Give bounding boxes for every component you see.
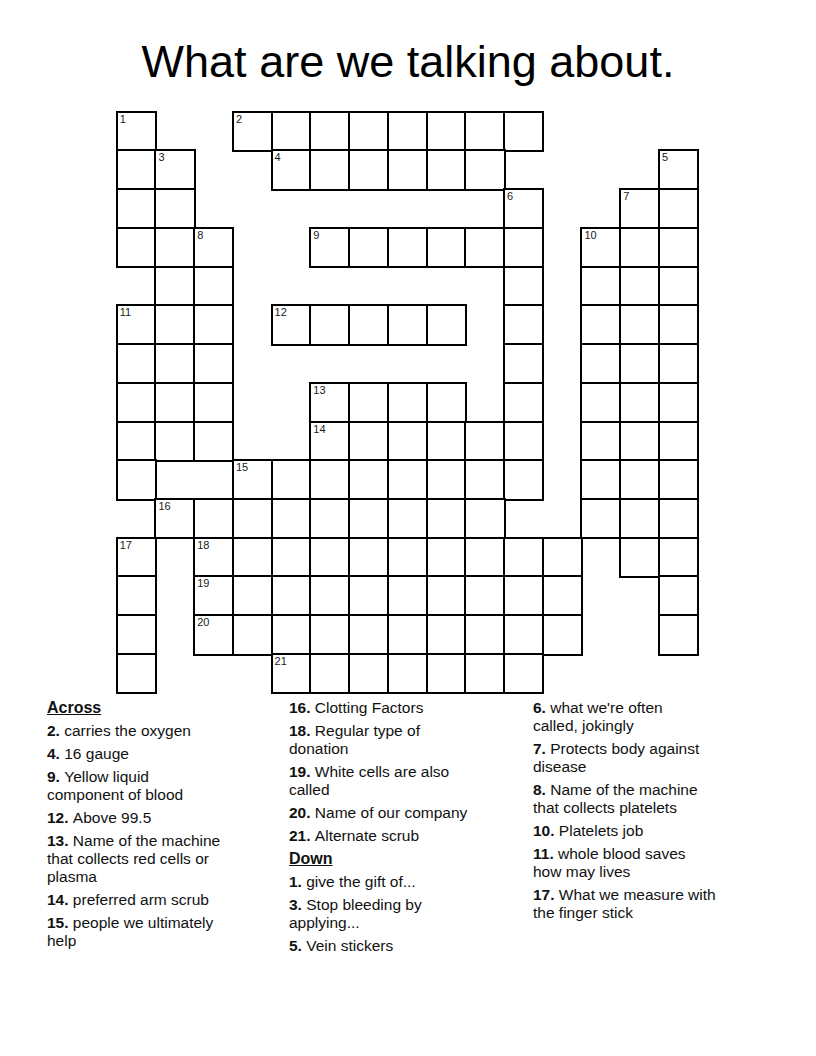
clue-number-18: 18	[195, 539, 232, 551]
grid-cell-r10c2[interactable]	[193, 498, 234, 539]
clue-number-15: 15	[234, 461, 271, 473]
grid-cell-r1c7[interactable]	[387, 149, 428, 190]
clue-number-19: 19	[195, 577, 232, 589]
grid-cell-r9c10[interactable]	[503, 459, 544, 500]
grid-cell-r12c5[interactable]	[309, 575, 350, 616]
grid-cell-r5c12[interactable]	[580, 304, 621, 345]
page-title: What are we talking about.	[0, 36, 816, 88]
grid-cell-r13c5[interactable]	[309, 614, 350, 655]
grid-cell-r2c13[interactable]: 7	[619, 188, 660, 229]
grid-cell-r10c13[interactable]	[619, 498, 660, 539]
clue-text: Alternate scrub	[315, 827, 419, 844]
grid-cell-r0c3[interactable]: 2	[232, 111, 273, 152]
grid-cell-r7c14[interactable]	[658, 382, 699, 423]
clue-num-label: 11.	[533, 845, 558, 862]
grid-cell-r8c5[interactable]: 14	[309, 421, 350, 462]
grid-cell-r0c8[interactable]	[426, 111, 467, 152]
clue-text: preferred arm scrub	[73, 891, 209, 908]
grid-cell-r8c2[interactable]	[193, 421, 234, 462]
grid-cell-r4c13[interactable]	[619, 266, 660, 307]
clue-number-16: 16	[156, 500, 193, 512]
grid-cell-r9c3[interactable]: 15	[232, 459, 273, 500]
clue-num-label: 20.	[289, 804, 315, 821]
grid-cell-r6c2[interactable]	[193, 343, 234, 384]
clue-number-10: 10	[582, 229, 619, 241]
grid-cell-r9c0[interactable]	[116, 459, 157, 500]
clue-num-label: 5.	[289, 937, 306, 954]
grid-cell-r1c14[interactable]: 5	[658, 149, 699, 190]
grid-cell-r13c0[interactable]	[116, 614, 157, 655]
grid-cell-r8c9[interactable]	[464, 421, 505, 462]
clue-text: What we measure with the finger stick	[533, 886, 716, 921]
grid-cell-r2c14[interactable]	[658, 188, 699, 229]
grid-cell-r5c10[interactable]	[503, 304, 544, 345]
clue-text: carries the oxygen	[64, 722, 191, 739]
down-clue-7: 7. Protects body against disease	[533, 740, 789, 776]
clue-num-label: 12.	[47, 809, 73, 826]
clue-num-label: 21.	[289, 827, 315, 844]
clue-num-label: 14.	[47, 891, 73, 908]
grid-cell-r13c4[interactable]	[271, 614, 312, 655]
grid-cell-r11c8[interactable]	[426, 537, 467, 578]
grid-cell-r8c6[interactable]	[348, 421, 389, 462]
grid-cell-r13c6[interactable]	[348, 614, 389, 655]
grid-cell-r11c14[interactable]	[658, 537, 699, 578]
clue-column-2: 16. Clotting Factors18. Regular type of …	[289, 699, 525, 960]
grid-cell-r9c13[interactable]	[619, 459, 660, 500]
clue-text: Vein stickers	[306, 937, 393, 954]
grid-cell-r12c11[interactable]	[542, 575, 583, 616]
grid-cell-r14c5[interactable]	[309, 653, 350, 694]
grid-cell-r0c4[interactable]	[271, 111, 312, 152]
grid-cell-r14c9[interactable]	[464, 653, 505, 694]
clue-number-11: 11	[118, 306, 155, 318]
grid-cell-r9c7[interactable]	[387, 459, 428, 500]
grid-cell-r8c8[interactable]	[426, 421, 467, 462]
grid-cell-r6c0[interactable]	[116, 343, 157, 384]
clue-num-label: 16.	[289, 699, 315, 716]
clue-number-12: 12	[273, 306, 310, 318]
clue-number-20: 20	[195, 616, 232, 628]
grid-cell-r4c2[interactable]	[193, 266, 234, 307]
grid-cell-r5c7[interactable]	[387, 304, 428, 345]
grid-cell-r9c6[interactable]	[348, 459, 389, 500]
clue-number-17: 17	[118, 539, 155, 551]
grid-cell-r11c9[interactable]	[464, 537, 505, 578]
clue-num-label: 6.	[533, 699, 550, 716]
grid-cell-r12c6[interactable]	[348, 575, 389, 616]
grid-cell-r3c7[interactable]	[387, 227, 428, 268]
down-header: Down	[289, 850, 525, 868]
grid-cell-r10c3[interactable]	[232, 498, 273, 539]
grid-cell-r14c4[interactable]: 21	[271, 653, 312, 694]
across-clue-16: 16. Clotting Factors	[289, 699, 525, 717]
grid-cell-r5c8[interactable]	[426, 304, 467, 345]
across-clue-12: 12. Above 99.5	[47, 809, 275, 827]
clue-num-label: 4.	[47, 745, 64, 762]
grid-cell-r12c10[interactable]	[503, 575, 544, 616]
clue-num-label: 18.	[289, 722, 315, 739]
across-clue-13: 13. Name of the machine that collects re…	[47, 832, 275, 886]
grid-cell-r6c12[interactable]	[580, 343, 621, 384]
clue-text: what we're often called, jokingly	[533, 699, 663, 734]
grid-cell-r7c2[interactable]	[193, 382, 234, 423]
clue-num-label: 2.	[47, 722, 64, 739]
down-clue-3: 3. Stop bleeding by applying...	[289, 896, 525, 932]
grid-cell-r13c7[interactable]	[387, 614, 428, 655]
clue-num-label: 8.	[533, 781, 550, 798]
grid-cell-r14c8[interactable]	[426, 653, 467, 694]
grid-cell-r1c6[interactable]	[348, 149, 389, 190]
clue-text: Yellow liquid component of blood	[47, 768, 183, 803]
grid-cell-r5c5[interactable]	[309, 304, 350, 345]
grid-cell-r13c14[interactable]	[658, 614, 699, 655]
down-clue-1: 1. give the gift of...	[289, 873, 525, 891]
clue-num-label: 9.	[47, 768, 64, 785]
grid-cell-r3c12[interactable]: 10	[580, 227, 621, 268]
grid-cell-r12c8[interactable]	[426, 575, 467, 616]
grid-cell-r10c12[interactable]	[580, 498, 621, 539]
grid-cell-r7c6[interactable]	[348, 382, 389, 423]
grid-cell-r9c9[interactable]	[464, 459, 505, 500]
grid-cell-r7c10[interactable]	[503, 382, 544, 423]
grid-cell-r12c14[interactable]	[658, 575, 699, 616]
across-header: Across	[47, 699, 275, 717]
across-clue-4: 4. 16 gauge	[47, 745, 275, 763]
grid-cell-r1c9[interactable]	[464, 149, 505, 190]
grid-cell-r11c2[interactable]: 18	[193, 537, 234, 578]
grid-cell-r1c8[interactable]	[426, 149, 467, 190]
down-clue-11: 11. whole blood saves how may lives	[533, 845, 789, 881]
clue-number-5: 5	[660, 151, 697, 163]
grid-cell-r6c10[interactable]	[503, 343, 544, 384]
grid-cell-r5c14[interactable]	[658, 304, 699, 345]
across-clue-14: 14. preferred arm scrub	[47, 891, 275, 909]
grid-cell-r10c9[interactable]	[464, 498, 505, 539]
clue-text: Clotting Factors	[315, 699, 424, 716]
grid-cell-r0c6[interactable]	[348, 111, 389, 152]
grid-cell-r11c5[interactable]	[309, 537, 350, 578]
grid-cell-r5c0[interactable]: 11	[116, 304, 157, 345]
across-clue-15: 15. people we ultimately help	[47, 914, 275, 950]
grid-cell-r11c13[interactable]	[619, 537, 660, 578]
grid-cell-r12c7[interactable]	[387, 575, 428, 616]
clue-text: people we ultimately help	[47, 914, 213, 949]
clue-text: Name of the machine that collects platel…	[533, 781, 698, 816]
clue-text: Above 99.5	[73, 809, 151, 826]
grid-cell-r8c13[interactable]	[619, 421, 660, 462]
grid-cell-r7c13[interactable]	[619, 382, 660, 423]
grid-cell-r1c0[interactable]	[116, 149, 157, 190]
clue-text: 16 gauge	[64, 745, 129, 762]
clue-num-label: 15.	[47, 914, 73, 931]
clue-num-label: 10.	[533, 822, 559, 839]
clue-num-label: 3.	[289, 896, 306, 913]
grid-cell-r13c9[interactable]	[464, 614, 505, 655]
across-clue-18: 18. Regular type of donation	[289, 722, 525, 758]
grid-cell-r3c14[interactable]	[658, 227, 699, 268]
grid-cell-r9c4[interactable]	[271, 459, 312, 500]
grid-cell-r12c4[interactable]	[271, 575, 312, 616]
grid-cell-r6c1[interactable]	[154, 343, 195, 384]
grid-cell-r11c3[interactable]	[232, 537, 273, 578]
grid-cell-r6c14[interactable]	[658, 343, 699, 384]
down-clue-6: 6. what we're often called, jokingly	[533, 699, 789, 735]
clue-number-4: 4	[273, 151, 310, 163]
grid-cell-r11c4[interactable]	[271, 537, 312, 578]
grid-cell-r11c6[interactable]	[348, 537, 389, 578]
clue-number-3: 3	[156, 151, 193, 163]
grid-cell-r1c4[interactable]: 4	[271, 149, 312, 190]
grid-cell-r13c11[interactable]	[542, 614, 583, 655]
grid-cell-r7c12[interactable]	[580, 382, 621, 423]
grid-cell-r10c6[interactable]	[348, 498, 389, 539]
grid-cell-r12c9[interactable]	[464, 575, 505, 616]
grid-cell-r3c10[interactable]	[503, 227, 544, 268]
grid-cell-r13c3[interactable]	[232, 614, 273, 655]
clue-num-label: 1.	[289, 873, 306, 890]
clue-text: Platelets job	[559, 822, 643, 839]
across-clue-19: 19. White cells are also called	[289, 763, 525, 799]
clue-number-6: 6	[505, 190, 542, 202]
grid-cell-r2c1[interactable]	[154, 188, 195, 229]
grid-cell-r4c12[interactable]	[580, 266, 621, 307]
grid-cell-r14c7[interactable]	[387, 653, 428, 694]
grid-cell-r7c8[interactable]	[426, 382, 467, 423]
grid-cell-r9c5[interactable]	[309, 459, 350, 500]
grid-cell-r12c2[interactable]: 19	[193, 575, 234, 616]
grid-cell-r3c13[interactable]	[619, 227, 660, 268]
grid-cell-r10c1[interactable]: 16	[154, 498, 195, 539]
clue-number-14: 14	[311, 423, 348, 435]
grid-cell-r5c2[interactable]	[193, 304, 234, 345]
grid-cell-r11c0[interactable]: 17	[116, 537, 157, 578]
clue-number-2: 2	[234, 113, 271, 125]
down-clue-10: 10. Platelets job	[533, 822, 789, 840]
grid-cell-r0c7[interactable]	[387, 111, 428, 152]
grid-cell-r8c7[interactable]	[387, 421, 428, 462]
grid-cell-r5c4[interactable]: 12	[271, 304, 312, 345]
crossword-grid: 123456789101112131415161718192021	[117, 112, 699, 694]
grid-cell-r13c10[interactable]	[503, 614, 544, 655]
clue-text: give the gift of...	[306, 873, 415, 890]
grid-cell-r7c7[interactable]	[387, 382, 428, 423]
grid-cell-r14c10[interactable]	[503, 653, 544, 694]
grid-cell-r12c0[interactable]	[116, 575, 157, 616]
grid-cell-r3c0[interactable]	[116, 227, 157, 268]
grid-cell-r12c3[interactable]	[232, 575, 273, 616]
across-clue-20: 20. Name of our company	[289, 804, 525, 822]
grid-cell-r10c5[interactable]	[309, 498, 350, 539]
down-clue-17: 17. What we measure with the finger stic…	[533, 886, 789, 922]
grid-cell-r5c13[interactable]	[619, 304, 660, 345]
clue-number-13: 13	[311, 384, 348, 396]
grid-cell-r13c8[interactable]	[426, 614, 467, 655]
grid-cell-r3c6[interactable]	[348, 227, 389, 268]
across-clue-21: 21. Alternate scrub	[289, 827, 525, 845]
across-clue-9: 9. Yellow liquid component of blood	[47, 768, 275, 804]
grid-cell-r11c7[interactable]	[387, 537, 428, 578]
grid-cell-r10c8[interactable]	[426, 498, 467, 539]
clue-text: Name of our company	[315, 804, 468, 821]
grid-cell-r2c10[interactable]: 6	[503, 188, 544, 229]
grid-cell-r0c9[interactable]	[464, 111, 505, 152]
grid-cell-r10c4[interactable]	[271, 498, 312, 539]
grid-cell-r10c7[interactable]	[387, 498, 428, 539]
grid-cell-r11c11[interactable]	[542, 537, 583, 578]
clue-column-3: 6. what we're often called, jokingly7. P…	[533, 699, 789, 927]
grid-cell-r9c14[interactable]	[658, 459, 699, 500]
grid-cell-r9c12[interactable]	[580, 459, 621, 500]
clue-text: Name of the machine that collects red ce…	[47, 832, 220, 885]
grid-cell-r7c0[interactable]	[116, 382, 157, 423]
grid-cell-r0c0[interactable]: 1	[116, 111, 157, 152]
clue-number-8: 8	[195, 229, 232, 241]
clue-text: Protects body against disease	[533, 740, 699, 775]
grid-cell-r5c6[interactable]	[348, 304, 389, 345]
clue-num-label: 13.	[47, 832, 73, 849]
grid-cell-r4c1[interactable]	[154, 266, 195, 307]
clue-num-label: 7.	[533, 740, 550, 757]
grid-cell-r3c9[interactable]	[464, 227, 505, 268]
grid-cell-r3c2[interactable]: 8	[193, 227, 234, 268]
grid-cell-r14c0[interactable]	[116, 653, 157, 694]
grid-cell-r8c12[interactable]	[580, 421, 621, 462]
grid-cell-r1c1[interactable]: 3	[154, 149, 195, 190]
grid-cell-r0c5[interactable]	[309, 111, 350, 152]
grid-cell-r13c2[interactable]: 20	[193, 614, 234, 655]
down-clue-8: 8. Name of the machine that collects pla…	[533, 781, 789, 817]
grid-cell-r3c5[interactable]: 9	[309, 227, 350, 268]
clue-number-9: 9	[311, 229, 348, 241]
clue-column-1: Across2. carries the oxygen4. 16 gauge9.…	[47, 699, 275, 955]
across-clue-2: 2. carries the oxygen	[47, 722, 275, 740]
clue-text: Stop bleeding by applying...	[289, 896, 422, 931]
grid-cell-r4c14[interactable]	[658, 266, 699, 307]
grid-cell-r14c6[interactable]	[348, 653, 389, 694]
grid-cell-r3c1[interactable]	[154, 227, 195, 268]
grid-cell-r8c10[interactable]	[503, 421, 544, 462]
grid-cell-r9c8[interactable]	[426, 459, 467, 500]
grid-cell-r3c8[interactable]	[426, 227, 467, 268]
clue-num-label: 17.	[533, 886, 559, 903]
clue-num-label: 19.	[289, 763, 315, 780]
grid-cell-r2c0[interactable]	[116, 188, 157, 229]
grid-cell-r7c1[interactable]	[154, 382, 195, 423]
grid-cell-r4c10[interactable]	[503, 266, 544, 307]
grid-cell-r6c13[interactable]	[619, 343, 660, 384]
grid-cell-r8c1[interactable]	[154, 421, 195, 462]
clue-number-21: 21	[273, 655, 310, 667]
grid-cell-r7c5[interactable]: 13	[309, 382, 350, 423]
grid-cell-r8c14[interactable]	[658, 421, 699, 462]
grid-cell-r11c10[interactable]	[503, 537, 544, 578]
clue-number-1: 1	[118, 113, 155, 125]
clue-number-7: 7	[621, 190, 658, 202]
down-clue-5: 5. Vein stickers	[289, 937, 525, 955]
grid-cell-r8c0[interactable]	[116, 421, 157, 462]
grid-cell-r10c14[interactable]	[658, 498, 699, 539]
grid-cell-r0c10[interactable]	[503, 111, 544, 152]
grid-cell-r1c5[interactable]	[309, 149, 350, 190]
grid-cell-r5c1[interactable]	[154, 304, 195, 345]
